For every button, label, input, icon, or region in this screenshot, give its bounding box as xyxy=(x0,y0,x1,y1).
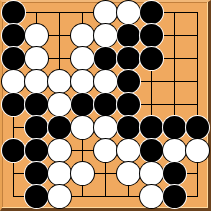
intersection-C7[interactable] xyxy=(48,47,71,70)
white-stone: ● xyxy=(94,24,117,47)
intersection-D2[interactable]: ● xyxy=(71,162,94,185)
intersection-H2[interactable]: ● xyxy=(163,162,186,185)
intersection-E3[interactable]: ● xyxy=(94,139,117,162)
intersection-B9[interactable] xyxy=(25,1,48,24)
white-stone: ● xyxy=(25,24,48,47)
intersection-E2[interactable] xyxy=(94,162,117,185)
intersection-C5[interactable]: ● xyxy=(48,93,71,116)
black-stone: ● xyxy=(163,162,186,185)
black-stone: ● xyxy=(186,116,209,139)
intersection-G8[interactable]: ● xyxy=(140,24,163,47)
intersection-E8[interactable]: ● xyxy=(94,24,117,47)
intersection-E9[interactable]: ● xyxy=(94,1,117,24)
intersection-E5[interactable]: ● xyxy=(94,93,117,116)
intersection-B3[interactable]: ● xyxy=(25,139,48,162)
intersection-D5[interactable]: ● xyxy=(71,93,94,116)
intersection-D8[interactable]: ● xyxy=(71,24,94,47)
black-stone: ● xyxy=(2,93,25,116)
white-stone: ● xyxy=(140,162,163,185)
intersection-C8[interactable] xyxy=(48,24,71,47)
intersection-J3[interactable]: ● xyxy=(186,139,209,162)
intersection-C3[interactable]: ● xyxy=(48,139,71,162)
intersection-A1[interactable] xyxy=(2,185,25,208)
black-stone: ● xyxy=(140,24,163,47)
black-stone: ● xyxy=(163,185,186,208)
intersection-A9[interactable]: ● xyxy=(2,1,25,24)
intersection-D4[interactable]: ● xyxy=(71,116,94,139)
intersection-J1[interactable] xyxy=(186,185,209,208)
white-stone: ● xyxy=(71,116,94,139)
intersection-C4[interactable]: ● xyxy=(48,116,71,139)
intersection-D9[interactable] xyxy=(71,1,94,24)
white-stone: ● xyxy=(94,1,117,24)
intersection-B2[interactable]: ● xyxy=(25,162,48,185)
black-stone: ● xyxy=(71,93,94,116)
white-stone: ● xyxy=(48,162,71,185)
intersection-H9[interactable] xyxy=(163,1,186,24)
intersection-G6[interactable] xyxy=(140,70,163,93)
white-stone: ● xyxy=(117,1,140,24)
intersection-B1[interactable]: ● xyxy=(25,185,48,208)
intersection-F2[interactable]: ● xyxy=(117,162,140,185)
go-board: ●●●●●●●●●●●●●●●●●●●●●●●●●●●●●●●●●●●●●●●●… xyxy=(0,0,211,211)
black-stone: ● xyxy=(2,24,25,47)
intersection-G4[interactable]: ● xyxy=(140,116,163,139)
white-stone: ● xyxy=(48,139,71,162)
black-stone: ● xyxy=(117,70,140,93)
intersection-G1[interactable]: ● xyxy=(140,185,163,208)
intersection-C2[interactable]: ● xyxy=(48,162,71,185)
white-stone: ● xyxy=(25,47,48,70)
intersection-H8[interactable] xyxy=(163,24,186,47)
white-stone: ● xyxy=(94,139,117,162)
intersection-H6[interactable] xyxy=(163,70,186,93)
intersection-A8[interactable]: ● xyxy=(2,24,25,47)
intersection-J5[interactable] xyxy=(186,93,209,116)
intersection-F3[interactable]: ● xyxy=(117,139,140,162)
intersection-J7[interactable] xyxy=(186,47,209,70)
intersection-B4[interactable]: ● xyxy=(25,116,48,139)
intersection-H4[interactable]: ● xyxy=(163,116,186,139)
intersection-F5[interactable]: ● xyxy=(117,93,140,116)
black-stone: ● xyxy=(117,116,140,139)
board-grid: ●●●●●●●●●●●●●●●●●●●●●●●●●●●●●●●●●●●●●●●●… xyxy=(2,1,209,208)
intersection-F7[interactable]: ● xyxy=(117,47,140,70)
black-stone: ● xyxy=(2,139,25,162)
intersection-D6[interactable]: ● xyxy=(71,70,94,93)
intersection-A7[interactable]: ● xyxy=(2,47,25,70)
intersection-G9[interactable]: ● xyxy=(140,1,163,24)
intersection-E7[interactable]: ● xyxy=(94,47,117,70)
black-stone: ● xyxy=(140,47,163,70)
black-stone: ● xyxy=(117,24,140,47)
white-stone: ● xyxy=(48,70,71,93)
white-stone: ● xyxy=(71,47,94,70)
intersection-B5[interactable]: ● xyxy=(25,93,48,116)
intersection-A6[interactable]: ● xyxy=(2,70,25,93)
white-stone: ● xyxy=(186,139,209,162)
intersection-B7[interactable]: ● xyxy=(25,47,48,70)
black-stone: ● xyxy=(163,116,186,139)
intersection-D3[interactable] xyxy=(71,139,94,162)
intersection-E6[interactable]: ● xyxy=(94,70,117,93)
intersection-F4[interactable]: ● xyxy=(117,116,140,139)
intersection-A2[interactable] xyxy=(2,162,25,185)
intersection-J6[interactable] xyxy=(186,70,209,93)
intersection-J2[interactable] xyxy=(186,162,209,185)
black-stone: ● xyxy=(2,1,25,24)
intersection-A5[interactable]: ● xyxy=(2,93,25,116)
white-stone: ● xyxy=(140,185,163,208)
intersection-C6[interactable]: ● xyxy=(48,70,71,93)
black-stone: ● xyxy=(117,47,140,70)
black-stone: ● xyxy=(25,93,48,116)
intersection-B8[interactable]: ● xyxy=(25,24,48,47)
white-stone: ● xyxy=(163,139,186,162)
black-stone: ● xyxy=(25,185,48,208)
intersection-F9[interactable]: ● xyxy=(117,1,140,24)
white-stone: ● xyxy=(48,185,71,208)
intersection-H5[interactable] xyxy=(163,93,186,116)
black-stone: ● xyxy=(117,93,140,116)
black-stone: ● xyxy=(140,116,163,139)
black-stone: ● xyxy=(25,116,48,139)
white-stone: ● xyxy=(25,70,48,93)
intersection-E1[interactable] xyxy=(94,185,117,208)
intersection-J4[interactable]: ● xyxy=(186,116,209,139)
black-stone: ● xyxy=(25,162,48,185)
white-stone: ● xyxy=(71,24,94,47)
intersection-H7[interactable] xyxy=(163,47,186,70)
intersection-A3[interactable]: ● xyxy=(2,139,25,162)
black-stone: ● xyxy=(94,47,117,70)
intersection-G2[interactable]: ● xyxy=(140,162,163,185)
black-stone: ● xyxy=(140,139,163,162)
white-stone: ● xyxy=(94,70,117,93)
intersection-C1[interactable]: ● xyxy=(48,185,71,208)
intersection-G7[interactable]: ● xyxy=(140,47,163,70)
black-stone: ● xyxy=(48,116,71,139)
white-stone: ● xyxy=(48,93,71,116)
intersection-D1[interactable] xyxy=(71,185,94,208)
intersection-J9[interactable] xyxy=(186,1,209,24)
white-stone: ● xyxy=(71,162,94,185)
intersection-G3[interactable]: ● xyxy=(140,139,163,162)
intersection-A4[interactable] xyxy=(2,116,25,139)
black-stone: ● xyxy=(2,47,25,70)
black-stone: ● xyxy=(94,93,117,116)
intersection-J8[interactable] xyxy=(186,24,209,47)
intersection-B6[interactable]: ● xyxy=(25,70,48,93)
white-stone: ● xyxy=(2,70,25,93)
intersection-F6[interactable]: ● xyxy=(117,70,140,93)
intersection-H3[interactable]: ● xyxy=(163,139,186,162)
intersection-E4[interactable]: ● xyxy=(94,116,117,139)
white-stone: ● xyxy=(94,116,117,139)
intersection-H1[interactable]: ● xyxy=(163,185,186,208)
black-stone: ● xyxy=(140,1,163,24)
intersection-D7[interactable]: ● xyxy=(71,47,94,70)
intersection-G5[interactable] xyxy=(140,93,163,116)
white-stone: ● xyxy=(117,162,140,185)
white-stone: ● xyxy=(117,139,140,162)
intersection-F8[interactable]: ● xyxy=(117,24,140,47)
white-stone: ● xyxy=(71,70,94,93)
intersection-F1[interactable] xyxy=(117,185,140,208)
black-stone: ● xyxy=(25,139,48,162)
intersection-C9[interactable] xyxy=(48,1,71,24)
